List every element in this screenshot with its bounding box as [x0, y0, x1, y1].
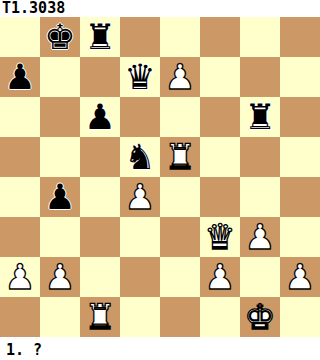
square-c4[interactable] — [80, 177, 120, 217]
black-queen-icon: ♛ — [124, 57, 155, 97]
square-g5[interactable] — [240, 137, 280, 177]
square-g8[interactable] — [240, 17, 280, 57]
square-c1[interactable]: ♜ — [80, 297, 120, 337]
square-g7[interactable] — [240, 57, 280, 97]
square-a8[interactable] — [0, 17, 40, 57]
square-c2[interactable] — [80, 257, 120, 297]
square-c8[interactable]: ♜ — [80, 17, 120, 57]
square-h3[interactable] — [280, 217, 320, 257]
square-c5[interactable] — [80, 137, 120, 177]
black-knight-icon: ♞ — [124, 137, 155, 177]
square-d2[interactable] — [120, 257, 160, 297]
white-king-icon: ♚ — [244, 297, 275, 337]
square-h1[interactable] — [280, 297, 320, 337]
square-f5[interactable] — [200, 137, 240, 177]
white-queen-icon: ♛ — [204, 217, 235, 257]
white-pawn-icon: ♟ — [4, 257, 35, 297]
square-b8[interactable]: ♚ — [40, 17, 80, 57]
square-d4[interactable]: ♟ — [120, 177, 160, 217]
square-g4[interactable] — [240, 177, 280, 217]
square-e2[interactable] — [160, 257, 200, 297]
square-a4[interactable] — [0, 177, 40, 217]
square-g2[interactable] — [240, 257, 280, 297]
black-pawn-icon: ♟ — [4, 57, 35, 97]
square-e1[interactable] — [160, 297, 200, 337]
chess-board: ♚♜♟♛♟♟♜♞♜♟♟♛♟♟♟♟♟♜♚ — [0, 17, 320, 337]
black-rook-icon: ♜ — [84, 17, 115, 57]
square-b1[interactable] — [40, 297, 80, 337]
square-f2[interactable]: ♟ — [200, 257, 240, 297]
square-h7[interactable] — [280, 57, 320, 97]
white-pawn-icon: ♟ — [204, 257, 235, 297]
square-g3[interactable]: ♟ — [240, 217, 280, 257]
square-b3[interactable] — [40, 217, 80, 257]
square-f6[interactable] — [200, 97, 240, 137]
white-rook-icon: ♜ — [84, 297, 115, 337]
square-d3[interactable] — [120, 217, 160, 257]
square-c6[interactable]: ♟ — [80, 97, 120, 137]
square-h4[interactable] — [280, 177, 320, 217]
square-b4[interactable]: ♟ — [40, 177, 80, 217]
square-c3[interactable] — [80, 217, 120, 257]
square-f4[interactable] — [200, 177, 240, 217]
square-h5[interactable] — [280, 137, 320, 177]
white-pawn-icon: ♟ — [164, 57, 195, 97]
square-c7[interactable] — [80, 57, 120, 97]
black-rook-icon: ♜ — [244, 97, 275, 137]
square-f3[interactable]: ♛ — [200, 217, 240, 257]
square-b5[interactable] — [40, 137, 80, 177]
square-e4[interactable] — [160, 177, 200, 217]
square-f7[interactable] — [200, 57, 240, 97]
square-e6[interactable] — [160, 97, 200, 137]
square-h2[interactable]: ♟ — [280, 257, 320, 297]
square-d1[interactable] — [120, 297, 160, 337]
square-a1[interactable] — [0, 297, 40, 337]
white-pawn-icon: ♟ — [44, 257, 75, 297]
square-a2[interactable]: ♟ — [0, 257, 40, 297]
square-e8[interactable] — [160, 17, 200, 57]
square-h6[interactable] — [280, 97, 320, 137]
square-e7[interactable]: ♟ — [160, 57, 200, 97]
square-f8[interactable] — [200, 17, 240, 57]
square-e5[interactable]: ♜ — [160, 137, 200, 177]
square-h8[interactable] — [280, 17, 320, 57]
square-b7[interactable] — [40, 57, 80, 97]
black-pawn-icon: ♟ — [84, 97, 115, 137]
puzzle-id-label: T1.3038 — [0, 0, 320, 17]
white-rook-icon: ♜ — [164, 137, 195, 177]
chess-trainer-window: T1.3038 ♚♜♟♛♟♟♜♞♜♟♟♛♟♟♟♟♟♜♚ 1. ? — [0, 0, 320, 360]
square-d8[interactable] — [120, 17, 160, 57]
square-b2[interactable]: ♟ — [40, 257, 80, 297]
square-f1[interactable] — [200, 297, 240, 337]
square-b6[interactable] — [40, 97, 80, 137]
square-g6[interactable]: ♜ — [240, 97, 280, 137]
white-pawn-icon: ♟ — [284, 257, 315, 297]
black-king-icon: ♚ — [44, 17, 75, 57]
square-d6[interactable] — [120, 97, 160, 137]
square-a5[interactable] — [0, 137, 40, 177]
square-d5[interactable]: ♞ — [120, 137, 160, 177]
white-pawn-icon: ♟ — [244, 217, 275, 257]
white-pawn-icon: ♟ — [124, 177, 155, 217]
square-a3[interactable] — [0, 217, 40, 257]
square-e3[interactable] — [160, 217, 200, 257]
black-pawn-icon: ♟ — [44, 177, 75, 217]
square-a7[interactable]: ♟ — [0, 57, 40, 97]
square-a6[interactable] — [0, 97, 40, 137]
square-g1[interactable]: ♚ — [240, 297, 280, 337]
move-prompt-label: 1. ? — [0, 337, 320, 360]
square-d7[interactable]: ♛ — [120, 57, 160, 97]
